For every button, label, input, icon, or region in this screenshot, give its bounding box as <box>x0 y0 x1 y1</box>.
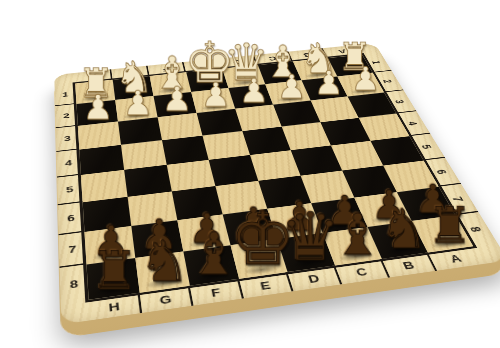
square-h8: ♜ <box>87 258 140 300</box>
square-g5 <box>124 165 172 197</box>
product-photo: HGFEDCBA1♜♞♝♚♛♝♞♜12♟♟♟♟♟♟♟♟2334455667♟♟♟… <box>0 0 500 348</box>
square-g4 <box>121 140 167 170</box>
rank-label-left-5: 5 <box>57 175 83 205</box>
rank-label-left-4: 4 <box>56 150 81 178</box>
square-d5 <box>250 150 301 181</box>
board-corner <box>61 300 91 325</box>
square-f5 <box>167 160 216 192</box>
square-f4 <box>162 136 209 165</box>
white-pawn-icon: ♟ <box>58 90 137 124</box>
chess-set-scene: HGFEDCBA1♜♞♝♚♛♝♞♜12♟♟♟♟♟♟♟♟2334455667♟♟♟… <box>25 0 475 348</box>
square-h3 <box>78 122 121 150</box>
square-h2: ♟ <box>76 100 118 126</box>
square-e5 <box>209 155 259 186</box>
black-rook-icon: ♜ <box>64 244 165 297</box>
square-h5 <box>81 170 128 203</box>
chess-board: HGFEDCBA1♜♞♝♚♛♝♞♜12♟♟♟♟♟♟♟♟2334455667♟♟♟… <box>54 43 500 325</box>
